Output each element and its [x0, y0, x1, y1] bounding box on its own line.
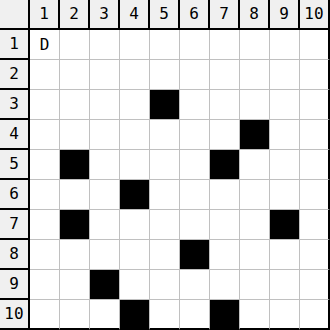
- grid-cell-r1c8[interactable]: [240, 30, 270, 60]
- grid-cell-r5c10[interactable]: [300, 150, 330, 180]
- grid-cell-r9c8[interactable]: [240, 270, 270, 300]
- grid-cell-r5c9[interactable]: [270, 150, 300, 180]
- grid-cell-r5c3[interactable]: [90, 150, 120, 180]
- grid-cell-r8c10[interactable]: [300, 240, 330, 270]
- grid-cell-r6c1[interactable]: [30, 180, 60, 210]
- grid-cell-r9c3[interactable]: [90, 270, 120, 300]
- col-header-7[interactable]: 7: [210, 0, 240, 30]
- col-header-5[interactable]: 5: [150, 0, 180, 30]
- grid-cell-r6c8[interactable]: [240, 180, 270, 210]
- row-header-1[interactable]: 1: [0, 30, 30, 60]
- grid-cell-r2c1[interactable]: [30, 60, 60, 90]
- grid-cell-r7c1[interactable]: [30, 210, 60, 240]
- grid-cell-r1c9[interactable]: [270, 30, 300, 60]
- row-header-10[interactable]: 10: [0, 300, 30, 330]
- grid-cell-r2c7[interactable]: [210, 60, 240, 90]
- grid-cell-r8c5[interactable]: [150, 240, 180, 270]
- grid-cell-r6c7[interactable]: [210, 180, 240, 210]
- grid-cell-r9c7[interactable]: [210, 270, 240, 300]
- grid-cell-r10c7[interactable]: [210, 300, 240, 330]
- row-header-6[interactable]: 6: [0, 180, 30, 210]
- grid-cell-r3c7[interactable]: [210, 90, 240, 120]
- grid-cell-r10c5[interactable]: [150, 300, 180, 330]
- grid-cell-r6c2[interactable]: [60, 180, 90, 210]
- grid-cell-r6c5[interactable]: [150, 180, 180, 210]
- grid-cell-r9c6[interactable]: [180, 270, 210, 300]
- grid-cell-r7c10[interactable]: [300, 210, 330, 240]
- grid-cell-r2c2[interactable]: [60, 60, 90, 90]
- grid-cell-r6c9[interactable]: [270, 180, 300, 210]
- grid-cell-r7c3[interactable]: [90, 210, 120, 240]
- grid-cell-r1c4[interactable]: [120, 30, 150, 60]
- grid-cell-r8c1[interactable]: [30, 240, 60, 270]
- grid-cell-r7c9[interactable]: [270, 210, 300, 240]
- grid-cell-r4c1[interactable]: [30, 120, 60, 150]
- row-header-5[interactable]: 5: [0, 150, 30, 180]
- grid-cell-r4c2[interactable]: [60, 120, 90, 150]
- grid-cell-r3c3[interactable]: [90, 90, 120, 120]
- grid-cell-r1c1[interactable]: D: [30, 30, 60, 60]
- col-header-4[interactable]: 4: [120, 0, 150, 30]
- grid-cell-r4c4[interactable]: [120, 120, 150, 150]
- grid-cell-r10c6[interactable]: [180, 300, 210, 330]
- grid-cell-r8c8[interactable]: [240, 240, 270, 270]
- grid-cell-r8c6[interactable]: [180, 240, 210, 270]
- grid-cell-r10c4[interactable]: [120, 300, 150, 330]
- row-header-4[interactable]: 4: [0, 120, 30, 150]
- grid-cell-r2c4[interactable]: [120, 60, 150, 90]
- grid-cell-r4c3[interactable]: [90, 120, 120, 150]
- row-header-7[interactable]: 7: [0, 210, 30, 240]
- grid-cell-r2c9[interactable]: [270, 60, 300, 90]
- grid-cell-r8c7[interactable]: [210, 240, 240, 270]
- grid-cell-r4c10[interactable]: [300, 120, 330, 150]
- grid-cell-r9c9[interactable]: [270, 270, 300, 300]
- row-header-3[interactable]: 3: [0, 90, 30, 120]
- grid-cell-r8c9[interactable]: [270, 240, 300, 270]
- row-header-8[interactable]: 8: [0, 240, 30, 270]
- grid-cell-r7c2[interactable]: [60, 210, 90, 240]
- row-header-9[interactable]: 9: [0, 270, 30, 300]
- grid-cell-r3c8[interactable]: [240, 90, 270, 120]
- grid-cell-r10c9[interactable]: [270, 300, 300, 330]
- col-header-3[interactable]: 3: [90, 0, 120, 30]
- grid-cell-r3c9[interactable]: [270, 90, 300, 120]
- grid-cell-r2c6[interactable]: [180, 60, 210, 90]
- grid-cell-r1c5[interactable]: [150, 30, 180, 60]
- grid-cell-r4c7[interactable]: [210, 120, 240, 150]
- grid-cell-r1c7[interactable]: [210, 30, 240, 60]
- grid-cell-r10c10[interactable]: [300, 300, 330, 330]
- grid-cell-r10c8[interactable]: [240, 300, 270, 330]
- grid-cell-r7c4[interactable]: [120, 210, 150, 240]
- grid-cell-r5c8[interactable]: [240, 150, 270, 180]
- grid-cell-r9c10[interactable]: [300, 270, 330, 300]
- grid-cell-r5c4[interactable]: [120, 150, 150, 180]
- grid-cell-r5c2[interactable]: [60, 150, 90, 180]
- grid-cell-r2c3[interactable]: [90, 60, 120, 90]
- grid-cell-r2c5[interactable]: [150, 60, 180, 90]
- grid-cell-r3c6[interactable]: [180, 90, 210, 120]
- grid-cell-r10c2[interactable]: [60, 300, 90, 330]
- grid-cell-r6c3[interactable]: [90, 180, 120, 210]
- grid-cell-r8c3[interactable]: [90, 240, 120, 270]
- grid-cell-r10c3[interactable]: [90, 300, 120, 330]
- grid-cell-r3c2[interactable]: [60, 90, 90, 120]
- grid-cell-r1c2[interactable]: [60, 30, 90, 60]
- grid-cell-r10c1[interactable]: [30, 300, 60, 330]
- col-header-8[interactable]: 8: [240, 0, 270, 30]
- grid-cell-r6c4[interactable]: [120, 180, 150, 210]
- grid-cell-r1c6[interactable]: [180, 30, 210, 60]
- col-header-10[interactable]: 10: [300, 0, 330, 30]
- grid-cell-r4c9[interactable]: [270, 120, 300, 150]
- grid-cell-r9c2[interactable]: [60, 270, 90, 300]
- grid-cell-r7c6[interactable]: [180, 210, 210, 240]
- row-header-2[interactable]: 2: [0, 60, 30, 90]
- col-header-1[interactable]: 1: [30, 0, 60, 30]
- grid-cell-r5c6[interactable]: [180, 150, 210, 180]
- grid-cell-r9c4[interactable]: [120, 270, 150, 300]
- col-header-2[interactable]: 2: [60, 0, 90, 30]
- grid-cell-r6c6[interactable]: [180, 180, 210, 210]
- grid-cell-r7c8[interactable]: [240, 210, 270, 240]
- grid-cell-r3c5[interactable]: [150, 90, 180, 120]
- grid-cell-r5c7[interactable]: [210, 150, 240, 180]
- corner-cell[interactable]: [0, 0, 30, 30]
- grid-cell-r2c8[interactable]: [240, 60, 270, 90]
- grid-cell-r4c6[interactable]: [180, 120, 210, 150]
- grid-cell-r9c5[interactable]: [150, 270, 180, 300]
- col-header-6[interactable]: 6: [180, 0, 210, 30]
- grid-cell-r8c4[interactable]: [120, 240, 150, 270]
- grid-cell-r1c10[interactable]: [300, 30, 330, 60]
- grid-cell-r7c7[interactable]: [210, 210, 240, 240]
- grid-cell-r5c5[interactable]: [150, 150, 180, 180]
- grid-cell-r9c1[interactable]: [30, 270, 60, 300]
- grid-cell-r8c2[interactable]: [60, 240, 90, 270]
- grid-cell-r4c5[interactable]: [150, 120, 180, 150]
- grid-cell-r1c3[interactable]: [90, 30, 120, 60]
- grid-cell-r3c4[interactable]: [120, 90, 150, 120]
- grid-cell-r3c10[interactable]: [300, 90, 330, 120]
- col-header-9[interactable]: 9: [270, 0, 300, 30]
- grid-cell-r5c1[interactable]: [30, 150, 60, 180]
- grid-cell-r4c8[interactable]: [240, 120, 270, 150]
- grid-cell-r6c10[interactable]: [300, 180, 330, 210]
- grid-cell-r3c1[interactable]: [30, 90, 60, 120]
- grid-cell-r7c5[interactable]: [150, 210, 180, 240]
- puzzle-board: 123456789101D2345678910: [0, 0, 330, 330]
- grid-cell-r2c10[interactable]: [300, 60, 330, 90]
